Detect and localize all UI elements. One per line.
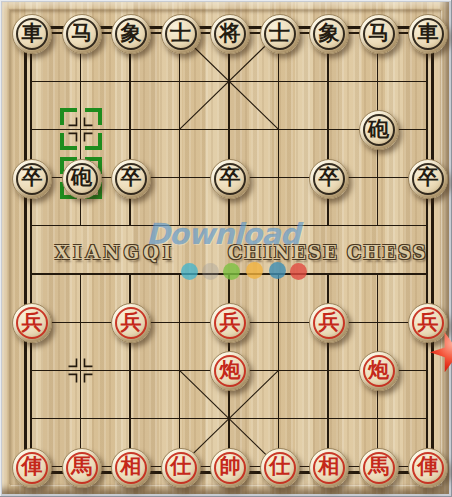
bracket-corner	[60, 133, 77, 150]
piece-rA[interactable]: 仕	[161, 448, 201, 488]
piece-glyph: 仕	[269, 456, 290, 477]
piece-bP[interactable]: 卒	[408, 159, 448, 199]
piece-bB[interactable]: 象	[111, 14, 151, 54]
piece-glyph: 卒	[319, 167, 340, 188]
piece-glyph: 炮	[220, 360, 241, 381]
watermark-dot	[223, 263, 240, 280]
bracket-corner	[60, 108, 77, 125]
piece-bP[interactable]: 卒	[309, 159, 349, 199]
watermark-dot	[246, 262, 263, 279]
piece-glyph: 砲	[368, 119, 389, 140]
piece-glyph: 卒	[220, 167, 241, 188]
piece-rC[interactable]: 炮	[359, 351, 399, 391]
piece-glyph: 帥	[220, 456, 241, 477]
piece-glyph: 俥	[418, 456, 439, 477]
bracket-corner	[85, 108, 102, 125]
piece-glyph: 相	[121, 456, 142, 477]
xiangqi-board-window: XIANGQI CHINESE CHESS Download 車马象士将士象马車…	[0, 0, 452, 497]
piece-glyph: 卒	[418, 167, 439, 188]
piece-bC[interactable]: 砲	[62, 159, 102, 199]
watermark-dot	[269, 262, 286, 279]
piece-glyph: 兵	[22, 312, 43, 333]
piece-glyph: 马	[71, 23, 92, 44]
piece-bK[interactable]: 将	[210, 14, 250, 54]
piece-rK[interactable]: 帥	[210, 448, 250, 488]
piece-rR[interactable]: 俥	[12, 448, 52, 488]
watermark-text: Download	[146, 217, 300, 251]
watermark-dot	[181, 263, 198, 280]
piece-rB[interactable]: 相	[309, 448, 349, 488]
piece-rB[interactable]: 相	[111, 448, 151, 488]
piece-bP[interactable]: 卒	[12, 159, 52, 199]
piece-bN[interactable]: 马	[62, 14, 102, 54]
piece-glyph: 将	[220, 23, 241, 44]
piece-glyph: 俥	[22, 456, 43, 477]
piece-glyph: 砲	[71, 167, 92, 188]
piece-bB[interactable]: 象	[309, 14, 349, 54]
piece-bP[interactable]: 卒	[210, 159, 250, 199]
piece-rN[interactable]: 馬	[359, 448, 399, 488]
piece-rR[interactable]: 俥	[408, 448, 448, 488]
piece-glyph: 車	[22, 23, 43, 44]
piece-rA[interactable]: 仕	[260, 448, 300, 488]
piece-rP[interactable]: 兵	[12, 303, 52, 343]
piece-bC[interactable]: 砲	[359, 110, 399, 150]
piece-rP[interactable]: 兵	[408, 303, 448, 343]
watermark-dot	[290, 263, 307, 280]
piece-bA[interactable]: 士	[161, 14, 201, 54]
piece-glyph: 相	[319, 456, 340, 477]
last-move-from-marker	[60, 108, 102, 150]
piece-glyph: 馬	[71, 456, 92, 477]
watermark-dot	[202, 263, 219, 280]
piece-glyph: 卒	[22, 167, 43, 188]
piece-glyph: 士	[269, 23, 290, 44]
piece-bP[interactable]: 卒	[111, 159, 151, 199]
piece-bN[interactable]: 马	[359, 14, 399, 54]
piece-glyph: 士	[170, 23, 191, 44]
piece-bR[interactable]: 車	[12, 14, 52, 54]
piece-glyph: 兵	[319, 312, 340, 333]
piece-glyph: 象	[319, 23, 340, 44]
piece-rN[interactable]: 馬	[62, 448, 102, 488]
piece-rP[interactable]: 兵	[210, 303, 250, 343]
piece-rP[interactable]: 兵	[309, 303, 349, 343]
piece-glyph: 兵	[418, 312, 439, 333]
piece-glyph: 炮	[368, 360, 389, 381]
piece-glyph: 象	[121, 23, 142, 44]
piece-rP[interactable]: 兵	[111, 303, 151, 343]
piece-glyph: 马	[368, 23, 389, 44]
piece-glyph: 車	[418, 23, 439, 44]
piece-glyph: 卒	[121, 167, 142, 188]
piece-glyph: 馬	[368, 456, 389, 477]
piece-glyph: 兵	[121, 312, 142, 333]
bracket-corner	[85, 133, 102, 150]
piece-bA[interactable]: 士	[260, 14, 300, 54]
piece-glyph: 仕	[170, 456, 191, 477]
piece-glyph: 兵	[220, 312, 241, 333]
piece-bR[interactable]: 車	[408, 14, 448, 54]
